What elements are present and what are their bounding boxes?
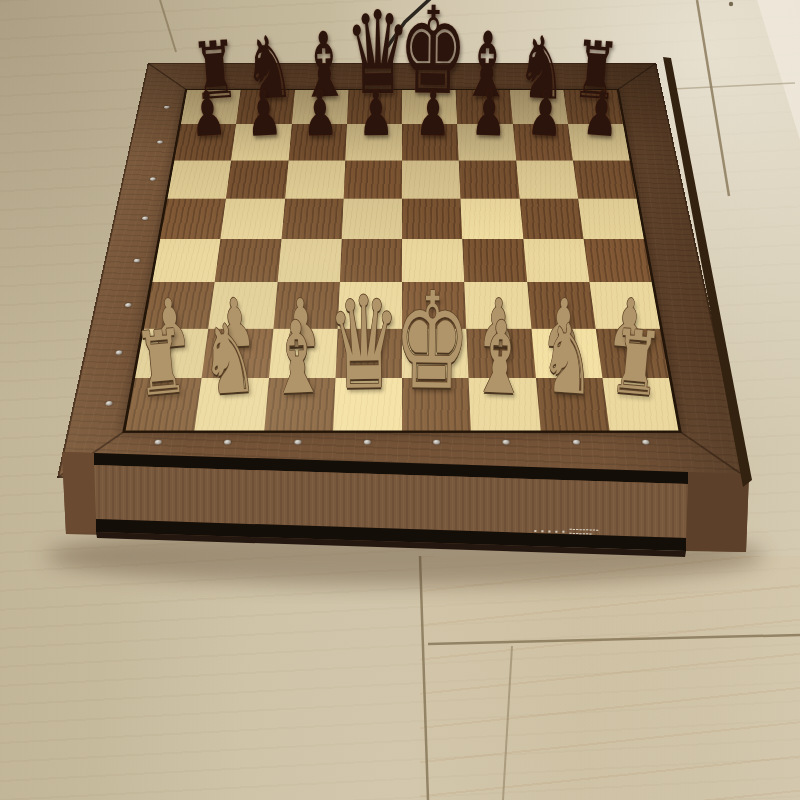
power-cable <box>388 0 432 46</box>
front-left-cap <box>62 452 96 534</box>
board-box-front <box>0 0 800 800</box>
chessboard-photo-scene: ▪ ▪ ▪ ▪ ▪ ▬▬▬▬▬▬▬▬▬ ▬▬▬▬▬▬▬ ♜♞♝♛♚♝♞♜♟♟♟♟… <box>0 0 800 800</box>
brand-plate-dashes: ▪ ▪ ▪ ▪ ▪ <box>534 528 566 534</box>
brand-plate-text: ▬▬▬▬▬▬▬▬▬ ▬▬▬▬▬▬▬ <box>569 528 599 536</box>
board-right-side-face <box>663 57 752 487</box>
front-right-cap <box>686 472 749 552</box>
